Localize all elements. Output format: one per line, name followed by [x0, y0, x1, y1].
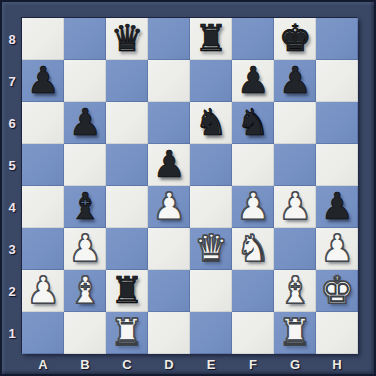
square-f6[interactable]: ♞ [232, 102, 274, 144]
square-h1[interactable] [316, 312, 358, 354]
square-h8[interactable] [316, 18, 358, 60]
square-e4[interactable] [190, 186, 232, 228]
square-f4[interactable]: ♟ [232, 186, 274, 228]
square-a3[interactable] [22, 228, 64, 270]
file-labels: ABCDEFGH [22, 355, 358, 373]
rank-label-8: 8 [2, 18, 22, 60]
square-d5[interactable]: ♟ [148, 144, 190, 186]
file-label-g: G [274, 355, 316, 373]
square-f7[interactable]: ♟ [232, 60, 274, 102]
piece-black-king[interactable]: ♚ [278, 20, 311, 57]
piece-white-pawn[interactable]: ♟ [26, 272, 59, 309]
square-a5[interactable] [22, 144, 64, 186]
square-d4[interactable]: ♟ [148, 186, 190, 228]
square-c8[interactable]: ♛ [106, 18, 148, 60]
square-a1[interactable] [22, 312, 64, 354]
square-h7[interactable] [316, 60, 358, 102]
piece-black-pawn[interactable]: ♟ [68, 104, 101, 141]
square-d7[interactable] [148, 60, 190, 102]
rank-labels: 87654321 [2, 18, 22, 354]
chess-board-frame: 87654321 ♛♜♚♟♟♟♟♞♞♟♝♟♟♟♟♟♛♞♟♟♝♜♝♚♜♜ ABCD… [0, 0, 376, 376]
square-b7[interactable] [64, 60, 106, 102]
square-h5[interactable] [316, 144, 358, 186]
square-h6[interactable] [316, 102, 358, 144]
square-g1[interactable]: ♜ [274, 312, 316, 354]
rank-label-2: 2 [2, 270, 22, 312]
square-f2[interactable] [232, 270, 274, 312]
piece-black-pawn[interactable]: ♟ [278, 62, 311, 99]
rank-label-6: 6 [2, 102, 22, 144]
square-b1[interactable] [64, 312, 106, 354]
square-a6[interactable] [22, 102, 64, 144]
piece-black-rook[interactable]: ♜ [194, 20, 227, 57]
file-label-f: F [232, 355, 274, 373]
piece-black-pawn[interactable]: ♟ [236, 62, 269, 99]
square-g3[interactable] [274, 228, 316, 270]
square-g7[interactable]: ♟ [274, 60, 316, 102]
piece-white-rook[interactable]: ♜ [110, 314, 143, 351]
piece-black-pawn[interactable]: ♟ [152, 146, 185, 183]
piece-black-bishop[interactable]: ♝ [68, 188, 101, 225]
piece-white-rook[interactable]: ♜ [278, 314, 311, 351]
square-e7[interactable] [190, 60, 232, 102]
file-label-a: A [22, 355, 64, 373]
square-e8[interactable]: ♜ [190, 18, 232, 60]
square-f5[interactable] [232, 144, 274, 186]
square-d1[interactable] [148, 312, 190, 354]
square-d6[interactable] [148, 102, 190, 144]
square-h3[interactable]: ♟ [316, 228, 358, 270]
square-e2[interactable] [190, 270, 232, 312]
piece-white-pawn[interactable]: ♟ [68, 230, 101, 267]
square-b5[interactable] [64, 144, 106, 186]
file-label-e: E [190, 355, 232, 373]
square-e3[interactable]: ♛ [190, 228, 232, 270]
square-g6[interactable] [274, 102, 316, 144]
square-c7[interactable] [106, 60, 148, 102]
file-label-c: C [106, 355, 148, 373]
square-c6[interactable] [106, 102, 148, 144]
square-c2[interactable]: ♜ [106, 270, 148, 312]
square-g8[interactable]: ♚ [274, 18, 316, 60]
rank-label-5: 5 [2, 144, 22, 186]
square-c4[interactable] [106, 186, 148, 228]
piece-black-pawn[interactable]: ♟ [320, 188, 353, 225]
square-a2[interactable]: ♟ [22, 270, 64, 312]
square-c5[interactable] [106, 144, 148, 186]
piece-white-bishop[interactable]: ♝ [278, 272, 311, 309]
square-e1[interactable] [190, 312, 232, 354]
square-f1[interactable] [232, 312, 274, 354]
square-a4[interactable] [22, 186, 64, 228]
piece-white-pawn[interactable]: ♟ [278, 188, 311, 225]
piece-black-rook[interactable]: ♜ [110, 272, 143, 309]
square-b4[interactable]: ♝ [64, 186, 106, 228]
piece-white-queen[interactable]: ♛ [194, 230, 227, 267]
piece-black-pawn[interactable]: ♟ [26, 62, 59, 99]
rank-label-4: 4 [2, 186, 22, 228]
square-h2[interactable]: ♚ [316, 270, 358, 312]
square-g2[interactable]: ♝ [274, 270, 316, 312]
square-b2[interactable]: ♝ [64, 270, 106, 312]
square-b3[interactable]: ♟ [64, 228, 106, 270]
square-b6[interactable]: ♟ [64, 102, 106, 144]
rank-label-3: 3 [2, 228, 22, 270]
piece-white-pawn[interactable]: ♟ [320, 230, 353, 267]
rank-label-7: 7 [2, 60, 22, 102]
piece-white-knight[interactable]: ♞ [236, 230, 269, 267]
square-g4[interactable]: ♟ [274, 186, 316, 228]
square-e5[interactable] [190, 144, 232, 186]
file-label-b: B [64, 355, 106, 373]
square-c3[interactable] [106, 228, 148, 270]
square-h4[interactable]: ♟ [316, 186, 358, 228]
square-d8[interactable] [148, 18, 190, 60]
rank-label-1: 1 [2, 312, 22, 354]
square-g5[interactable] [274, 144, 316, 186]
piece-black-knight[interactable]: ♞ [194, 104, 227, 141]
file-label-h: H [316, 355, 358, 373]
piece-white-pawn[interactable]: ♟ [152, 188, 185, 225]
square-a8[interactable] [22, 18, 64, 60]
square-f3[interactable]: ♞ [232, 228, 274, 270]
piece-black-queen[interactable]: ♛ [110, 20, 143, 57]
piece-white-bishop[interactable]: ♝ [68, 272, 101, 309]
piece-white-king[interactable]: ♚ [320, 272, 353, 309]
square-f8[interactable] [232, 18, 274, 60]
piece-white-pawn[interactable]: ♟ [236, 188, 269, 225]
piece-black-knight[interactable]: ♞ [236, 104, 269, 141]
file-label-d: D [148, 355, 190, 373]
square-a7[interactable]: ♟ [22, 60, 64, 102]
chess-board[interactable]: ♛♜♚♟♟♟♟♞♞♟♝♟♟♟♟♟♛♞♟♟♝♜♝♚♜♜ [22, 18, 358, 354]
square-d2[interactable] [148, 270, 190, 312]
square-b8[interactable] [64, 18, 106, 60]
square-c1[interactable]: ♜ [106, 312, 148, 354]
square-d3[interactable] [148, 228, 190, 270]
square-e6[interactable]: ♞ [190, 102, 232, 144]
